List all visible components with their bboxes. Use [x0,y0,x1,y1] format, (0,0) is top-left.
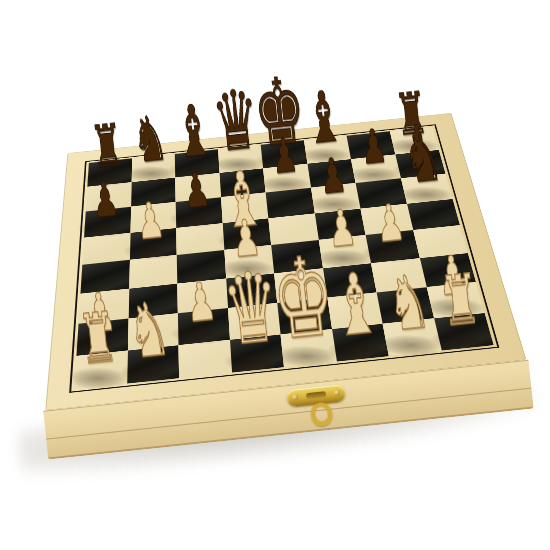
black-knight-icon: ♞ [130,106,171,171]
chess-box: ♜♞♝♛♚♝♜♟♟♟♟♟♟♞♟♝♟♟♟♟♟♟♜♞♛♚♝♞♜ [0,0,550,550]
piece-white-pawn-b5: ♟ [130,228,177,260]
black-pawn-icon: ♟ [89,175,121,226]
black-rook-icon: ♜ [88,116,126,176]
piece-black-knight-b8: ♞ [131,154,175,182]
black-pawn-icon: ♟ [358,122,389,171]
clasp-slot [306,391,327,399]
white-pawn-icon: ♟ [326,202,359,255]
piece-white-king-e1: ♚ [281,329,337,367]
piece-white-queen-d1: ♛ [230,334,284,373]
black-pawn-icon: ♟ [181,165,213,216]
piece-white-knight-b1: ♞ [127,345,179,384]
white-rook-icon: ♜ [75,303,120,375]
white-pawn-icon: ♟ [134,195,166,247]
piece-white-knight-g1: ♞ [383,318,442,356]
piece-white-rook-h1: ♜ [434,313,494,351]
black-bishop-icon: ♝ [170,94,216,168]
piece-white-bishop-f1: ♝ [332,323,389,361]
white-pawn-icon: ♟ [373,197,406,250]
chess-board: ♜♞♝♛♚♝♜♟♟♟♟♟♟♞♟♝♟♟♟♟♟♟♜♞♛♚♝♞♜ [45,113,526,411]
black-knight-icon: ♞ [402,124,445,193]
white-pawn-icon: ♟ [183,274,218,330]
piece-black-knight-h6: ♞ [401,174,453,204]
clasp-pull-ring [310,402,333,427]
piece-black-pawn-c6: ♟ [176,197,223,228]
board-grid: ♜♞♝♛♚♝♜♟♟♟♟♟♟♞♟♝♟♟♟♟♟♟♜♞♛♚♝♞♜ [74,127,493,389]
white-knight-icon: ♞ [384,264,433,342]
piece-black-pawn-a6: ♟ [84,207,131,238]
board-scene: ♜♞♝♛♚♝♜♟♟♟♟♟♟♞♟♝♟♟♟♟♟♟♜♞♛♚♝♞♜ [18,105,543,550]
product-photo: ♜♞♝♛♚♝♜♟♟♟♟♟♟♞♟♝♟♟♟♟♟♟♜♞♛♚♝♞♜ [0,0,550,550]
black-pawn-icon: ♟ [317,151,349,202]
white-rook-icon: ♜ [438,265,483,337]
piece-white-rook-a1: ♜ [74,350,127,389]
piece-black-pawn-e7: ♟ [263,164,311,193]
white-king-icon: ♚ [267,241,339,356]
black-pawn-icon: ♟ [269,132,300,181]
white-knight-icon: ♞ [125,292,174,370]
piece-white-pawn-c2: ♟ [178,308,230,345]
